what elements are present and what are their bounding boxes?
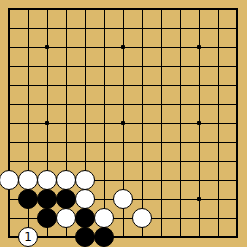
stone-white-move-1[interactable]: 1 <box>18 227 38 247</box>
stone-white[interactable] <box>56 170 76 190</box>
stone-white[interactable] <box>75 170 95 190</box>
stone-black[interactable] <box>37 208 57 228</box>
stone-black[interactable] <box>94 227 114 247</box>
stone-black[interactable] <box>37 189 57 209</box>
go-board-diagram: 1 <box>0 0 247 247</box>
move-number-label: 1 <box>24 231 32 243</box>
stone-white[interactable] <box>94 208 114 228</box>
stone-white[interactable] <box>56 208 76 228</box>
stone-white[interactable] <box>75 189 95 209</box>
stone-white[interactable] <box>113 189 133 209</box>
stone-black[interactable] <box>56 189 76 209</box>
stone-white[interactable] <box>132 208 152 228</box>
stone-white[interactable] <box>0 170 19 190</box>
stone-black[interactable] <box>75 227 95 247</box>
stone-black[interactable] <box>18 189 38 209</box>
stone-white[interactable] <box>18 170 38 190</box>
go-board-intersections[interactable]: 1 <box>0 0 247 247</box>
stone-black[interactable] <box>75 208 95 228</box>
stone-white[interactable] <box>37 170 57 190</box>
